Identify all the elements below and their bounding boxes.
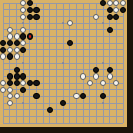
white-stone [113,7,119,13]
white-stone [0,80,6,86]
black-stone [14,80,20,86]
black-stone [7,73,13,79]
grid-line-vertical [109,3,110,124]
black-stone [100,0,106,6]
grid-line-vertical [76,3,77,124]
star-point [22,62,24,64]
black-stone [67,40,73,46]
black-stone [27,14,33,20]
star-point [102,62,104,64]
black-stone [107,14,113,20]
black-stone [113,14,119,20]
black-stone [0,40,6,46]
grid-line-vertical [116,3,117,124]
white-stone [14,47,20,53]
black-stone [20,87,26,93]
black-stone [0,47,6,53]
grid-line-vertical [96,3,97,124]
grid-line-vertical [89,3,90,124]
white-stone [20,0,26,6]
grid-line-horizontal [3,123,124,124]
white-stone [20,14,26,20]
white-stone [93,73,99,79]
white-stone [87,80,93,86]
board-frame-right [127,0,133,133]
white-stone [20,80,26,86]
white-stone [20,27,26,33]
black-stone [107,27,113,33]
black-stone [100,93,106,99]
last-move-marker [29,35,31,37]
white-stone [7,47,13,53]
white-stone [14,93,20,99]
white-stone [100,80,106,86]
black-stone [33,7,39,13]
black-stone [33,93,39,99]
white-stone [120,0,126,6]
board-frame-bottom [0,127,133,133]
star-point [22,102,24,104]
white-stone [20,7,26,13]
black-stone [7,40,13,46]
grid-line-horizontal [3,109,124,110]
black-stone [107,7,113,13]
white-stone [67,20,73,26]
black-stone [7,53,13,59]
white-stone [0,53,6,59]
black-stone [14,40,20,46]
black-stone [27,0,33,6]
white-stone [113,80,119,86]
white-stone [93,14,99,20]
black-stone [93,67,99,73]
grid-line-vertical [123,3,124,124]
white-stone [7,87,13,93]
black-stone [7,80,13,86]
grid-line-horizontal [3,116,124,117]
star-point [102,102,104,104]
black-stone [120,7,126,13]
star-point [62,22,64,24]
grid-line-vertical [83,3,84,124]
white-stone [7,100,13,106]
white-stone [73,93,79,99]
black-stone [14,67,20,73]
white-stone [7,27,13,33]
black-stone [14,73,20,79]
black-stone [27,7,33,13]
black-stone [60,100,66,106]
black-stone [20,33,26,39]
white-stone [14,53,20,59]
black-stone [33,80,39,86]
white-stone [107,73,113,79]
black-stone [47,107,53,113]
white-stone [7,93,13,99]
black-stone [20,73,26,79]
star-point [62,62,64,64]
white-stone [14,33,20,39]
white-stone [20,40,26,46]
grid-line-horizontal [3,69,124,70]
black-stone [80,93,86,99]
white-stone [107,0,113,6]
white-stone [7,33,13,39]
black-stone [107,67,113,73]
black-stone [33,14,39,20]
go-app-window [0,0,133,133]
star-point [102,22,104,24]
go-board[interactable] [0,0,127,127]
black-stone [20,47,26,53]
white-stone [80,73,86,79]
star-point [22,22,24,24]
black-stone [27,80,33,86]
white-stone [0,87,6,93]
white-stone [113,0,119,6]
